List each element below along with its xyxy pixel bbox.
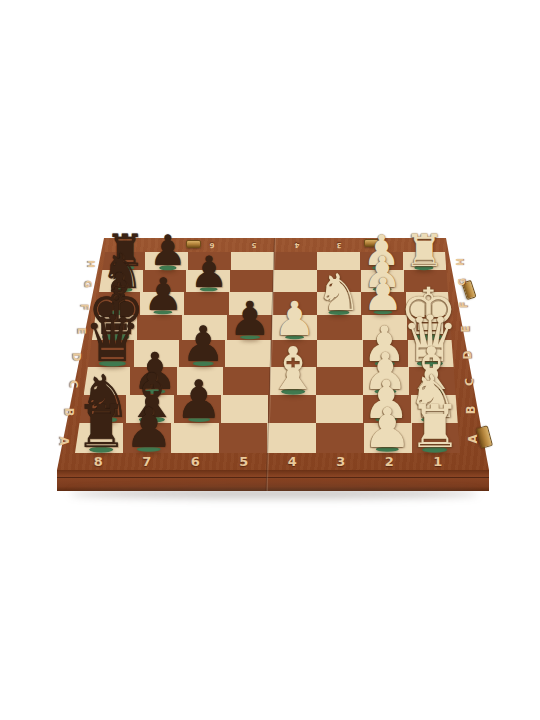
file-label-right-B: B (464, 406, 478, 415)
square-d5[interactable] (226, 340, 271, 367)
square-h4[interactable] (275, 252, 318, 270)
square-b1[interactable] (410, 395, 457, 423)
file-label-right-C: C (462, 378, 475, 386)
chess-set-photo: HHGGFFEEDDCCBBAA8877665544332211 ♜♞♛♚♝♞♜… (0, 0, 540, 720)
square-b5[interactable] (222, 395, 269, 423)
square-g4[interactable] (274, 270, 317, 292)
rank-label-back-5: 5 (252, 241, 257, 249)
board-front-face (57, 470, 489, 491)
square-e7[interactable] (138, 315, 183, 340)
square-f1[interactable] (405, 292, 449, 315)
square-a4[interactable] (268, 423, 316, 453)
square-c4[interactable] (270, 367, 316, 395)
square-e6[interactable] (183, 315, 228, 340)
square-a7[interactable] (125, 423, 173, 453)
square-d8[interactable] (90, 340, 135, 367)
square-f6[interactable] (185, 292, 229, 315)
square-d6[interactable] (181, 340, 226, 367)
file-label-left-A: A (57, 436, 71, 445)
rank-label-front-5: 5 (239, 454, 248, 469)
box-seam (57, 477, 489, 478)
square-d7[interactable] (135, 340, 180, 367)
square-f3[interactable] (317, 292, 361, 315)
square-b8[interactable] (82, 395, 129, 423)
square-g6[interactable] (187, 270, 230, 292)
square-f2[interactable] (361, 292, 405, 315)
square-d4[interactable] (271, 340, 316, 367)
square-a2[interactable] (363, 423, 411, 453)
square-e3[interactable] (317, 315, 362, 340)
file-label-right-A: A (466, 434, 480, 443)
square-b7[interactable] (128, 395, 175, 423)
square-h6[interactable] (189, 252, 232, 270)
file-label-right-D: D (461, 350, 473, 359)
square-g7[interactable] (144, 270, 187, 292)
file-label-left-H: H (86, 260, 96, 268)
square-h8[interactable] (104, 252, 147, 270)
square-f7[interactable] (141, 292, 185, 315)
square-h5[interactable] (232, 252, 275, 270)
square-e5[interactable] (228, 315, 273, 340)
square-e1[interactable] (406, 315, 451, 340)
board-shadow (70, 489, 478, 498)
square-a6[interactable] (173, 423, 221, 453)
rank-label-back-4: 4 (294, 241, 299, 249)
file-label-left-D: D (71, 352, 83, 361)
square-c1[interactable] (409, 367, 455, 395)
square-e4[interactable] (272, 315, 317, 340)
square-h7[interactable] (146, 252, 189, 270)
file-label-right-E: E (459, 325, 470, 332)
square-b2[interactable] (363, 395, 410, 423)
square-e2[interactable] (361, 315, 406, 340)
square-g2[interactable] (361, 270, 404, 292)
file-label-left-C: C (66, 380, 79, 388)
square-h3[interactable] (317, 252, 360, 270)
square-h2[interactable] (360, 252, 403, 270)
rank-label-front-6: 6 (191, 454, 200, 469)
square-d1[interactable] (407, 340, 452, 367)
square-c8[interactable] (86, 367, 132, 395)
file-label-right-H: H (455, 258, 465, 266)
square-g5[interactable] (231, 270, 274, 292)
rank-label-front-4: 4 (288, 454, 297, 469)
file-label-right-F: F (457, 301, 468, 308)
square-a5[interactable] (220, 423, 268, 453)
square-c3[interactable] (316, 367, 362, 395)
file-label-left-B: B (62, 408, 76, 417)
square-d3[interactable] (317, 340, 362, 367)
rank-label-front-3: 3 (336, 454, 345, 469)
square-c5[interactable] (224, 367, 270, 395)
square-g8[interactable] (101, 270, 144, 292)
square-f5[interactable] (229, 292, 273, 315)
square-e8[interactable] (94, 315, 139, 340)
square-g1[interactable] (404, 270, 447, 292)
square-d2[interactable] (362, 340, 407, 367)
square-c7[interactable] (132, 367, 178, 395)
square-b3[interactable] (316, 395, 363, 423)
square-a3[interactable] (316, 423, 364, 453)
square-a1[interactable] (411, 423, 459, 453)
square-c6[interactable] (178, 367, 224, 395)
square-f8[interactable] (97, 292, 141, 315)
square-b6[interactable] (175, 395, 222, 423)
square-h1[interactable] (403, 252, 446, 270)
square-b4[interactable] (269, 395, 316, 423)
square-g3[interactable] (317, 270, 360, 292)
rank-label-back-3: 3 (337, 241, 342, 249)
square-c2[interactable] (362, 367, 408, 395)
square-a8[interactable] (77, 423, 125, 453)
square-f4[interactable] (273, 292, 317, 315)
